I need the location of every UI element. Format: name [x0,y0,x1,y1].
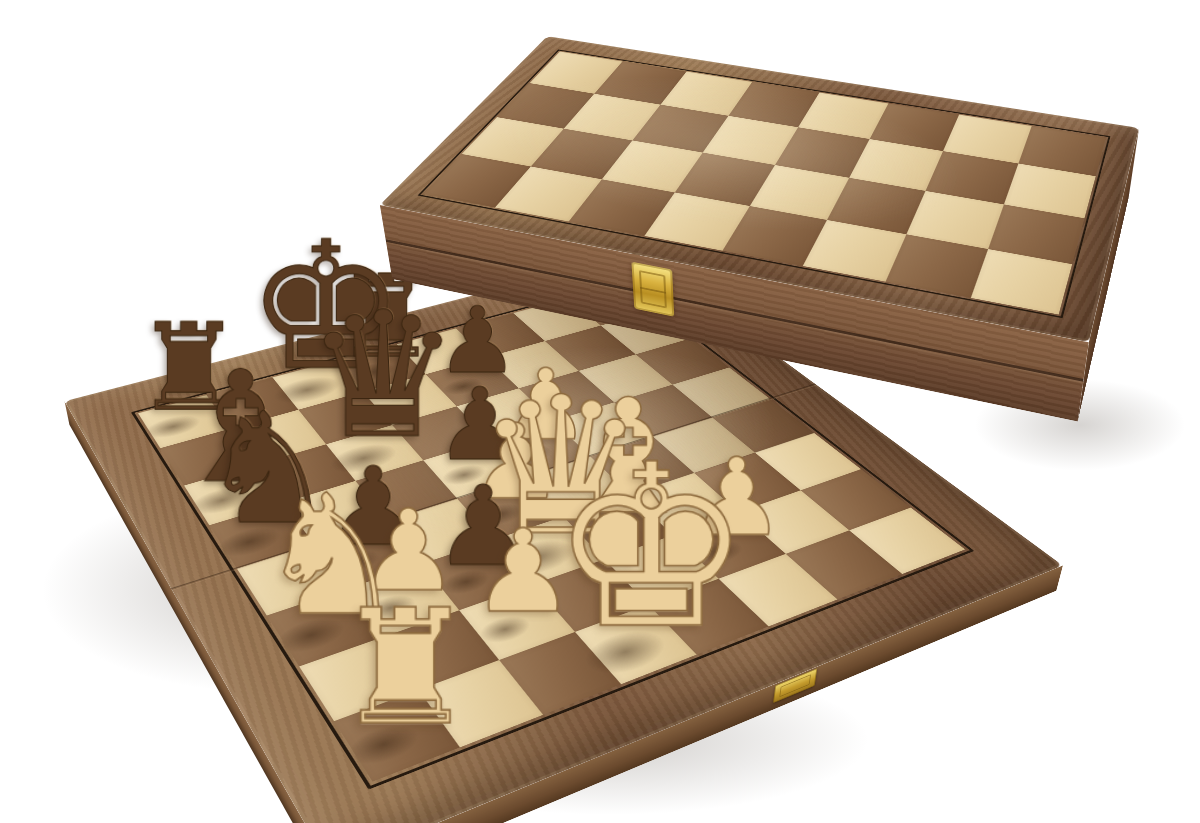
closed-box [380,36,1139,342]
white-rook-glyph: ♜ [216,589,593,747]
box-clasp-latch [632,262,675,317]
